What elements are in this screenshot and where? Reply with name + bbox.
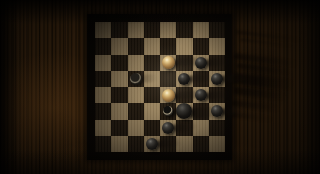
golden-piece[interactable] bbox=[162, 56, 175, 69]
dark-piece[interactable] bbox=[178, 73, 190, 85]
scene-canvas bbox=[0, 0, 320, 174]
scene-vignette bbox=[0, 0, 320, 174]
dark-piece[interactable] bbox=[146, 138, 158, 150]
dark-piece[interactable] bbox=[195, 57, 207, 69]
golden-piece[interactable] bbox=[162, 89, 175, 102]
dark-piece[interactable] bbox=[130, 73, 142, 85]
dark-piece[interactable] bbox=[162, 122, 174, 134]
dark-piece[interactable] bbox=[195, 89, 207, 101]
dark-piece[interactable] bbox=[211, 105, 223, 117]
dark-piece[interactable] bbox=[211, 73, 223, 85]
